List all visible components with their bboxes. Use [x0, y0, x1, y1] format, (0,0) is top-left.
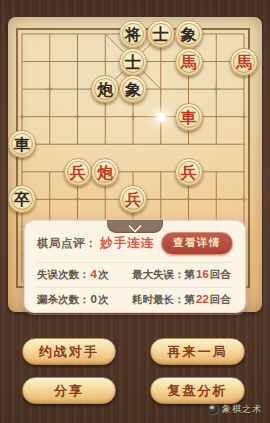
piece-black-elephant[interactable]: 象 [119, 75, 147, 103]
piece-red-cannon[interactable]: 炮 [91, 158, 119, 186]
panel-collapse-handle[interactable] [107, 220, 163, 233]
piece-black-general[interactable]: 将 [119, 20, 147, 48]
piece-black-advisor[interactable]: 士 [119, 48, 147, 76]
stat-biggest-mistake: 最大失误： 第 16 回合 [132, 268, 231, 282]
share-button[interactable]: 分享 [22, 377, 116, 404]
last-move-highlight-dot [157, 113, 165, 121]
chevron-down-icon [128, 219, 142, 233]
piece-red-horse[interactable]: 馬 [175, 48, 203, 76]
replay-analysis-button[interactable]: 复盘分析 [150, 377, 245, 404]
xiangqi-review-screen: 将士象士馬馬炮象車車兵炮兵卒兵 棋局点评： 妙手连连 查看详情 失误次数： 4 … [0, 0, 270, 423]
stats-row-2: 漏杀次数： 0 次 耗时最长： 第 22 回合 [25, 288, 245, 312]
watermark: 象棋之术 [208, 403, 262, 416]
piece-red-soldier[interactable]: 兵 [64, 158, 92, 186]
comment-value: 妙手连连 [100, 235, 154, 252]
piece-black-advisor[interactable]: 士 [147, 20, 175, 48]
stat-longest-think: 耗时最长： 第 22 回合 [132, 293, 231, 307]
view-details-button[interactable]: 查看详情 [161, 232, 233, 255]
invite-opponent-button[interactable]: 约战对手 [22, 338, 116, 365]
review-panel: 棋局点评： 妙手连连 查看详情 失误次数： 4 次 最大失误： 第 16 回合 … [24, 220, 246, 313]
piece-red-soldier[interactable]: 兵 [175, 158, 203, 186]
piece-black-elephant[interactable]: 象 [175, 20, 203, 48]
piece-red-chariot[interactable]: 車 [175, 103, 203, 131]
xiangqi-piece-logo-icon [208, 404, 219, 415]
stats-row-1: 失误次数： 4 次 最大失误： 第 16 回合 [25, 263, 245, 287]
watermark-text: 象棋之术 [222, 403, 262, 416]
play-again-button[interactable]: 再来一局 [150, 338, 245, 365]
comment-label: 棋局点评： [37, 236, 97, 251]
stat-mistake-count: 失误次数： 4 次 [37, 268, 132, 282]
piece-red-horse[interactable]: 馬 [230, 48, 258, 76]
stat-missed-kills: 漏杀次数： 0 次 [37, 293, 132, 307]
